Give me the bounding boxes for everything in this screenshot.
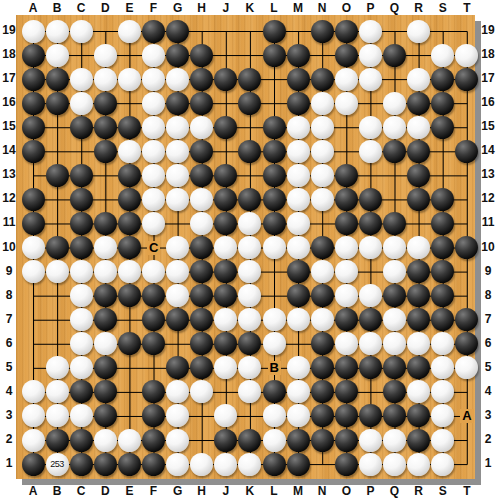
black-stone-S16[interactable] — [431, 92, 454, 115]
black-stone-H17[interactable] — [190, 68, 213, 91]
coord-top-K: K — [241, 1, 259, 15]
coord-top-T: T — [458, 1, 476, 15]
black-stone-D11[interactable] — [94, 212, 117, 235]
black-stone-D5[interactable] — [94, 356, 117, 379]
white-stone-R10[interactable] — [407, 236, 430, 259]
white-stone-P14[interactable] — [359, 140, 382, 163]
white-stone-C19[interactable] — [70, 20, 93, 43]
black-stone-O12[interactable] — [335, 188, 358, 211]
coord-left-19: 19 — [0, 23, 19, 37]
coord-top-H: H — [193, 1, 211, 15]
white-stone-M7[interactable] — [287, 308, 310, 331]
white-stone-E9[interactable] — [118, 260, 141, 283]
white-stone-M4[interactable] — [287, 380, 310, 403]
coord-top-Q: Q — [386, 1, 404, 15]
coord-bottom-G: G — [169, 484, 187, 498]
black-stone-N2[interactable] — [311, 429, 334, 452]
black-stone-L15[interactable] — [263, 116, 286, 139]
black-stone-M18[interactable] — [287, 44, 310, 67]
black-stone-N8[interactable] — [311, 284, 334, 307]
white-stone-G10[interactable] — [166, 236, 189, 259]
coord-left-3: 3 — [0, 408, 19, 422]
coord-bottom-O: O — [337, 484, 355, 498]
black-stone-H14[interactable] — [190, 140, 213, 163]
white-stone-Q16[interactable] — [383, 92, 406, 115]
black-stone-L13[interactable] — [263, 164, 286, 187]
black-stone-F1[interactable] — [142, 453, 165, 476]
black-stone-O13[interactable] — [335, 164, 358, 187]
coord-left-4: 4 — [0, 384, 19, 398]
coord-bottom-P: P — [361, 484, 379, 498]
black-stone-L11[interactable] — [263, 212, 286, 235]
white-stone-H12[interactable] — [190, 188, 213, 211]
black-stone-D1[interactable] — [94, 453, 117, 476]
white-stone-G12[interactable] — [166, 188, 189, 211]
black-stone-C10[interactable] — [70, 236, 93, 259]
black-stone-E15[interactable] — [118, 116, 141, 139]
coord-left-1: 1 — [0, 456, 19, 470]
black-stone-P7[interactable] — [359, 308, 382, 331]
black-stone-F2[interactable] — [142, 429, 165, 452]
white-stone-R15[interactable] — [407, 116, 430, 139]
white-stone-D2[interactable] — [94, 429, 117, 452]
black-stone-N17[interactable] — [311, 68, 334, 91]
white-stone-P10[interactable] — [359, 236, 382, 259]
black-stone-J17[interactable] — [214, 68, 237, 91]
white-stone-P1[interactable] — [359, 453, 382, 476]
white-stone-A4[interactable] — [22, 380, 45, 403]
white-stone-Q2[interactable] — [383, 429, 406, 452]
white-stone-H15[interactable] — [190, 116, 213, 139]
white-stone-L6[interactable] — [263, 332, 286, 355]
white-stone-D6[interactable] — [94, 332, 117, 355]
white-stone-M14[interactable] — [287, 140, 310, 163]
white-stone-P6[interactable] — [359, 332, 382, 355]
coord-right-7: 7 — [478, 312, 498, 326]
coord-bottom-M: M — [289, 484, 307, 498]
black-stone-L12[interactable] — [263, 188, 286, 211]
white-stone-G14[interactable] — [166, 140, 189, 163]
white-stone-M15[interactable] — [287, 116, 310, 139]
black-stone-E6[interactable] — [118, 332, 141, 355]
white-stone-Q10[interactable] — [383, 236, 406, 259]
black-stone-O2[interactable] — [335, 429, 358, 452]
black-stone-N10[interactable] — [311, 236, 334, 259]
black-stone-D15[interactable] — [94, 116, 117, 139]
white-stone-G2[interactable] — [166, 429, 189, 452]
white-stone-N12[interactable] — [311, 188, 334, 211]
black-stone-A1[interactable] — [22, 453, 45, 476]
coord-right-8: 8 — [478, 288, 498, 302]
black-stone-C13[interactable] — [70, 164, 93, 187]
white-stone-R17[interactable] — [407, 68, 430, 91]
black-stone-R2[interactable] — [407, 429, 430, 452]
white-stone-N13[interactable] — [311, 164, 334, 187]
coord-right-5: 5 — [478, 360, 498, 374]
coord-right-10: 10 — [478, 240, 498, 254]
white-stone-C17[interactable] — [70, 68, 93, 91]
black-stone-N4[interactable] — [311, 380, 334, 403]
coord-top-M: M — [289, 1, 307, 15]
white-stone-R1[interactable] — [407, 453, 430, 476]
black-stone-E13[interactable] — [118, 164, 141, 187]
white-stone-H1[interactable] — [190, 453, 213, 476]
black-stone-S15[interactable] — [431, 116, 454, 139]
black-stone-O1[interactable] — [335, 453, 358, 476]
white-stone-O6[interactable] — [335, 332, 358, 355]
coord-right-2: 2 — [478, 432, 498, 446]
black-stone-S11[interactable] — [431, 212, 454, 235]
black-stone-M8[interactable] — [287, 284, 310, 307]
black-stone-C12[interactable] — [70, 188, 93, 211]
black-stone-A11[interactable] — [22, 212, 45, 235]
white-stone-T18[interactable] — [455, 44, 478, 67]
white-stone-K1[interactable] — [238, 453, 261, 476]
white-stone-F12[interactable] — [142, 188, 165, 211]
coord-top-B: B — [48, 1, 66, 15]
black-stone-B2[interactable] — [46, 429, 69, 452]
black-stone-K2[interactable] — [238, 429, 261, 452]
coord-top-D: D — [96, 1, 114, 15]
coord-bottom-F: F — [145, 484, 163, 498]
black-stone-O7[interactable] — [335, 308, 358, 331]
black-stone-K17[interactable] — [238, 68, 261, 91]
black-stone-Q8[interactable] — [383, 284, 406, 307]
coord-top-A: A — [24, 1, 42, 15]
white-stone-M11[interactable] — [287, 212, 310, 235]
coord-left-13: 13 — [0, 167, 19, 181]
black-stone-N19[interactable] — [311, 20, 334, 43]
white-stone-C9[interactable] — [70, 260, 93, 283]
white-stone-Q9[interactable] — [383, 260, 406, 283]
white-stone-M12[interactable] — [287, 188, 310, 211]
last-move-number: 253 — [50, 460, 64, 469]
black-stone-B10[interactable] — [46, 236, 69, 259]
black-stone-L18[interactable] — [263, 44, 286, 67]
coord-top-L: L — [265, 1, 283, 15]
white-stone-A3[interactable] — [22, 404, 45, 427]
white-stone-B9[interactable] — [46, 260, 69, 283]
white-stone-G15[interactable] — [166, 116, 189, 139]
black-stone-M9[interactable] — [287, 260, 310, 283]
white-stone-O17[interactable] — [335, 68, 358, 91]
black-stone-M16[interactable] — [287, 92, 310, 115]
white-stone-B5[interactable] — [46, 356, 69, 379]
black-stone-L19[interactable] — [263, 20, 286, 43]
black-stone-O18[interactable] — [335, 44, 358, 67]
coord-top-S: S — [434, 1, 452, 15]
coord-top-J: J — [217, 1, 235, 15]
black-stone-E1[interactable] — [118, 453, 141, 476]
white-stone-F13[interactable] — [142, 164, 165, 187]
white-stone-O16[interactable] — [335, 92, 358, 115]
coord-right-17: 17 — [478, 71, 498, 85]
white-stone-R19[interactable] — [407, 20, 430, 43]
black-stone-F19[interactable] — [142, 20, 165, 43]
white-stone-N15[interactable] — [311, 116, 334, 139]
coord-bottom-C: C — [72, 484, 90, 498]
coord-left-11: 11 — [0, 215, 19, 229]
white-stone-G1[interactable] — [166, 453, 189, 476]
white-stone-C3[interactable] — [70, 404, 93, 427]
black-stone-C4[interactable] — [70, 380, 93, 403]
coord-left-6: 6 — [0, 336, 19, 350]
black-stone-D7[interactable] — [94, 308, 117, 331]
black-stone-C11[interactable] — [70, 212, 93, 235]
white-stone-B4[interactable] — [46, 380, 69, 403]
go-board-page: AABBCCDDEEFFGGHHJJKKLLMMNNOOPPQQRRSSTT19… — [0, 0, 500, 500]
coord-bottom-A: A — [24, 484, 42, 498]
white-stone-N7[interactable] — [311, 308, 334, 331]
white-stone-P18[interactable] — [359, 44, 382, 67]
black-stone-G18[interactable] — [166, 44, 189, 67]
black-stone-B13[interactable] — [46, 164, 69, 187]
white-stone-O8[interactable] — [335, 284, 358, 307]
black-stone-N3[interactable] — [311, 404, 334, 427]
white-stone-S18[interactable] — [431, 44, 454, 67]
coord-right-18: 18 — [478, 47, 498, 61]
coord-left-14: 14 — [0, 143, 19, 157]
coord-top-N: N — [313, 1, 331, 15]
black-stone-E12[interactable] — [118, 188, 141, 211]
white-stone-M3[interactable] — [287, 404, 310, 427]
white-stone-C6[interactable] — [70, 332, 93, 355]
black-stone-J13[interactable] — [214, 164, 237, 187]
black-stone-T17[interactable] — [455, 68, 478, 91]
coord-bottom-Q: Q — [386, 484, 404, 498]
black-stone-H18[interactable] — [190, 44, 213, 67]
white-stone-B3[interactable] — [46, 404, 69, 427]
white-stone-G13[interactable] — [166, 164, 189, 187]
coord-left-9: 9 — [0, 264, 19, 278]
black-stone-E10[interactable] — [118, 236, 141, 259]
black-stone-T14[interactable] — [455, 140, 478, 163]
white-stone-E2[interactable] — [118, 429, 141, 452]
point-label-C: C — [147, 241, 160, 255]
coord-right-11: 11 — [478, 215, 498, 229]
coord-bottom-R: R — [410, 484, 428, 498]
coord-right-4: 4 — [478, 384, 498, 398]
coord-right-14: 14 — [478, 143, 498, 157]
white-stone-B19[interactable] — [46, 20, 69, 43]
coord-right-12: 12 — [478, 191, 498, 205]
black-stone-B16[interactable] — [46, 92, 69, 115]
black-stone-C1[interactable] — [70, 453, 93, 476]
white-stone-C5[interactable] — [70, 356, 93, 379]
coord-right-1: 1 — [478, 456, 498, 470]
coord-right-19: 19 — [478, 23, 498, 37]
black-stone-A16[interactable] — [22, 92, 45, 115]
black-stone-J2[interactable] — [214, 429, 237, 452]
white-stone-M10[interactable] — [287, 236, 310, 259]
coord-left-10: 10 — [0, 240, 19, 254]
black-stone-N5[interactable] — [311, 356, 334, 379]
black-stone-E8[interactable] — [118, 284, 141, 307]
coord-left-18: 18 — [0, 47, 19, 61]
coord-left-2: 2 — [0, 432, 19, 446]
coord-right-6: 6 — [478, 336, 498, 350]
black-stone-R12[interactable] — [407, 188, 430, 211]
white-stone-E14[interactable] — [118, 140, 141, 163]
coord-bottom-L: L — [265, 484, 283, 498]
black-stone-F8[interactable] — [142, 284, 165, 307]
white-stone-A9[interactable] — [22, 260, 45, 283]
white-stone-A2[interactable] — [22, 429, 45, 452]
coord-left-12: 12 — [0, 191, 19, 205]
black-stone-Q11[interactable] — [383, 212, 406, 235]
black-stone-Q14[interactable] — [383, 140, 406, 163]
white-stone-P17[interactable] — [359, 68, 382, 91]
coord-bottom-T: T — [458, 484, 476, 498]
black-stone-C15[interactable] — [70, 116, 93, 139]
coord-bottom-B: B — [48, 484, 66, 498]
black-stone-R16[interactable] — [407, 92, 430, 115]
white-stone-S2[interactable] — [431, 429, 454, 452]
black-stone-O5[interactable] — [335, 356, 358, 379]
white-stone-J1[interactable] — [214, 453, 237, 476]
white-stone-A19[interactable] — [22, 20, 45, 43]
point-label-A: A — [460, 409, 473, 423]
black-stone-D16[interactable] — [94, 92, 117, 115]
black-stone-R13[interactable] — [407, 164, 430, 187]
white-stone-E19[interactable] — [118, 20, 141, 43]
black-stone-M1[interactable] — [287, 453, 310, 476]
white-stone-H11[interactable] — [190, 212, 213, 235]
white-stone-B1[interactable]: 253 — [46, 453, 69, 476]
coord-left-7: 7 — [0, 312, 19, 326]
black-stone-D8[interactable] — [94, 284, 117, 307]
white-stone-D18[interactable] — [94, 44, 117, 67]
black-stone-Q18[interactable] — [383, 44, 406, 67]
white-stone-L7[interactable] — [263, 308, 286, 331]
white-stone-C8[interactable] — [70, 284, 93, 307]
point-label-B: B — [268, 361, 281, 375]
black-stone-K16[interactable] — [238, 92, 261, 115]
coord-left-5: 5 — [0, 360, 19, 374]
white-stone-M5[interactable] — [287, 356, 310, 379]
coord-left-16: 16 — [0, 95, 19, 109]
coord-bottom-E: E — [120, 484, 138, 498]
black-stone-A17[interactable] — [22, 68, 45, 91]
black-stone-G16[interactable] — [166, 92, 189, 115]
white-stone-F11[interactable] — [142, 212, 165, 235]
white-stone-F18[interactable] — [142, 44, 165, 67]
white-stone-P15[interactable] — [359, 116, 382, 139]
coord-right-9: 9 — [478, 264, 498, 278]
coord-right-3: 3 — [478, 408, 498, 422]
white-stone-L3[interactable] — [263, 404, 286, 427]
white-stone-O10[interactable] — [335, 236, 358, 259]
black-stone-E11[interactable] — [118, 212, 141, 235]
white-stone-D9[interactable] — [94, 260, 117, 283]
black-stone-M2[interactable] — [287, 429, 310, 452]
coord-left-8: 8 — [0, 288, 19, 302]
white-stone-F9[interactable] — [142, 260, 165, 283]
coord-bottom-S: S — [434, 484, 452, 498]
coord-right-16: 16 — [478, 95, 498, 109]
black-stone-N6[interactable] — [311, 332, 334, 355]
coord-bottom-H: H — [193, 484, 211, 498]
white-stone-E17[interactable] — [118, 68, 141, 91]
black-stone-S12[interactable] — [431, 188, 454, 211]
white-stone-F16[interactable] — [142, 92, 165, 115]
coord-right-15: 15 — [478, 119, 498, 133]
black-stone-A18[interactable] — [22, 44, 45, 67]
coord-left-17: 17 — [0, 71, 19, 85]
white-stone-F17[interactable] — [142, 68, 165, 91]
white-stone-N16[interactable] — [311, 92, 334, 115]
coord-top-C: C — [72, 1, 90, 15]
black-stone-B17[interactable] — [46, 68, 69, 91]
coord-bottom-J: J — [217, 484, 235, 498]
black-stone-L4[interactable] — [263, 380, 286, 403]
white-stone-F15[interactable] — [142, 116, 165, 139]
white-stone-D10[interactable] — [94, 236, 117, 259]
coord-top-O: O — [337, 1, 355, 15]
coord-bottom-K: K — [241, 484, 259, 498]
black-stone-M17[interactable] — [287, 68, 310, 91]
black-stone-P11[interactable] — [359, 212, 382, 235]
coord-bottom-D: D — [96, 484, 114, 498]
black-stone-L1[interactable] — [263, 453, 286, 476]
white-stone-P2[interactable] — [359, 429, 382, 452]
black-stone-G19[interactable] — [166, 20, 189, 43]
white-stone-Q1[interactable] — [383, 453, 406, 476]
white-stone-A10[interactable] — [22, 236, 45, 259]
white-stone-N9[interactable] — [311, 260, 334, 283]
white-stone-P8[interactable] — [359, 284, 382, 307]
coord-bottom-N: N — [313, 484, 331, 498]
black-stone-A14[interactable] — [22, 140, 45, 163]
black-stone-L14[interactable] — [263, 140, 286, 163]
black-stone-O11[interactable] — [335, 212, 358, 235]
coord-top-F: F — [145, 1, 163, 15]
white-stone-B18[interactable] — [46, 44, 69, 67]
white-stone-O9[interactable] — [335, 260, 358, 283]
coord-top-R: R — [410, 1, 428, 15]
coord-left-15: 15 — [0, 119, 19, 133]
white-stone-S1[interactable] — [431, 453, 454, 476]
black-stone-P12[interactable] — [359, 188, 382, 211]
white-stone-F14[interactable] — [142, 140, 165, 163]
coord-right-13: 13 — [478, 167, 498, 181]
coord-top-E: E — [120, 1, 138, 15]
black-stone-O19[interactable] — [335, 20, 358, 43]
black-stone-C2[interactable] — [70, 429, 93, 452]
white-stone-Q15[interactable] — [383, 116, 406, 139]
white-stone-N14[interactable] — [311, 140, 334, 163]
white-stone-C16[interactable] — [70, 92, 93, 115]
coord-top-G: G — [169, 1, 187, 15]
coord-top-P: P — [361, 1, 379, 15]
black-stone-R14[interactable] — [407, 140, 430, 163]
white-stone-P19[interactable] — [359, 20, 382, 43]
black-stone-S17[interactable] — [431, 68, 454, 91]
white-stone-L10[interactable] — [263, 236, 286, 259]
black-stone-J15[interactable] — [214, 116, 237, 139]
white-stone-D17[interactable] — [94, 68, 117, 91]
black-stone-H16[interactable] — [190, 92, 213, 115]
white-stone-M13[interactable] — [287, 164, 310, 187]
black-stone-A15[interactable] — [22, 116, 45, 139]
black-stone-D14[interactable] — [94, 140, 117, 163]
white-stone-G17[interactable] — [166, 68, 189, 91]
white-stone-L2[interactable] — [263, 429, 286, 452]
white-stone-C7[interactable] — [70, 308, 93, 331]
black-stone-H13[interactable] — [190, 164, 213, 187]
black-stone-A12[interactable] — [22, 188, 45, 211]
